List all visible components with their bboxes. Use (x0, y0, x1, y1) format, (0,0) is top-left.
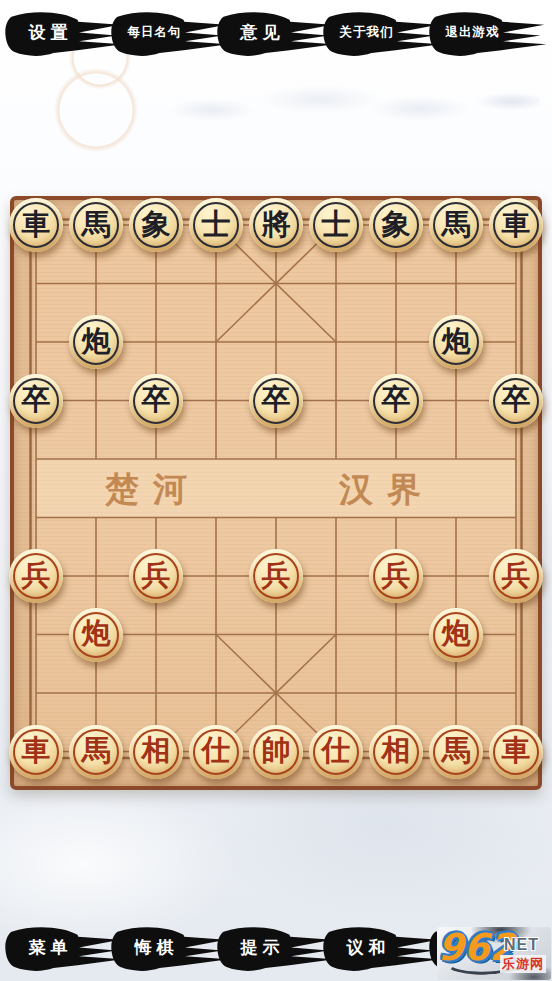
piece-red-兵[interactable]: 兵 (489, 549, 543, 603)
piece-red-兵[interactable]: 兵 (369, 549, 423, 603)
piece-character: 卒 (22, 385, 51, 414)
about-us-button[interactable]: 关于我们 (322, 9, 442, 56)
hint-label: 提示 (223, 927, 297, 967)
piece-character: 馬 (82, 736, 111, 765)
feedback-button[interactable]: 意见 (216, 9, 336, 56)
piece-character: 車 (22, 736, 51, 765)
piece-character: 卒 (502, 385, 531, 414)
daily-quote-button[interactable]: 每日名句 (110, 9, 230, 56)
piece-character: 象 (142, 210, 171, 239)
piece-character: 帥 (262, 736, 291, 765)
hint-button[interactable]: 提示 (216, 924, 336, 971)
app-screen: 设置 每日名句 意见 关于我们 退出游戏 (0, 0, 552, 981)
piece-character: 馬 (82, 210, 111, 239)
piece-red-炮[interactable]: 炮 (69, 608, 123, 662)
piece-black-士[interactable]: 士 (189, 198, 243, 252)
piece-character: 兵 (262, 561, 291, 590)
undo-move-label: 悔棋 (117, 927, 191, 967)
piece-black-炮[interactable]: 炮 (69, 315, 123, 369)
piece-character: 車 (22, 210, 51, 239)
piece-character: 兵 (502, 561, 531, 590)
piece-black-車[interactable]: 車 (9, 198, 63, 252)
menu-button[interactable]: 菜单 (4, 924, 124, 971)
top-nav: 设置 每日名句 意见 关于我们 退出游戏 (0, 9, 552, 59)
piece-character: 士 (202, 210, 231, 239)
piece-character: 仕 (322, 736, 351, 765)
piece-character: 相 (382, 736, 411, 765)
piece-character: 馬 (442, 210, 471, 239)
piece-black-卒[interactable]: 卒 (369, 374, 423, 428)
piece-red-相[interactable]: 相 (129, 725, 183, 779)
piece-black-車[interactable]: 車 (489, 198, 543, 252)
piece-black-卒[interactable]: 卒 (489, 374, 543, 428)
piece-character: 兵 (142, 561, 171, 590)
piece-black-炮[interactable]: 炮 (429, 315, 483, 369)
piece-black-卒[interactable]: 卒 (249, 374, 303, 428)
offer-draw-button[interactable]: 议和 (322, 924, 442, 971)
piece-red-仕[interactable]: 仕 (189, 725, 243, 779)
board-pieces: 車馬象士將士象馬車炮炮卒卒卒卒卒兵兵兵兵兵炮炮車馬相仕帥仕相馬車 (14, 200, 538, 786)
piece-red-車[interactable]: 車 (489, 725, 543, 779)
piece-character: 兵 (382, 561, 411, 590)
offer-draw-label: 议和 (329, 927, 403, 967)
piece-character: 將 (262, 210, 291, 239)
piece-black-象[interactable]: 象 (369, 198, 423, 252)
undo-move-button[interactable]: 悔棋 (110, 924, 230, 971)
exit-game-button[interactable]: 退出游戏 (428, 9, 548, 56)
piece-red-兵[interactable]: 兵 (129, 549, 183, 603)
piece-black-卒[interactable]: 卒 (9, 374, 63, 428)
piece-red-帥[interactable]: 帥 (249, 725, 303, 779)
feedback-label: 意见 (223, 12, 297, 52)
piece-character: 馬 (442, 736, 471, 765)
piece-character: 卒 (142, 385, 171, 414)
962net-watermark[interactable]: 962 NET 乐游网 (437, 927, 551, 980)
piece-character: 兵 (22, 561, 51, 590)
piece-red-相[interactable]: 相 (369, 725, 423, 779)
watermark-net: NET (504, 936, 539, 954)
decorative-mountain-wash (140, 68, 540, 138)
settings-button[interactable]: 设置 (4, 9, 124, 56)
xiangqi-board[interactable]: 楚河 汉界 車馬象士將士象馬車炮炮卒卒卒卒卒兵兵兵兵兵炮炮車馬相仕帥仕相馬車 (10, 196, 542, 790)
piece-black-馬[interactable]: 馬 (429, 198, 483, 252)
piece-black-象[interactable]: 象 (129, 198, 183, 252)
piece-character: 炮 (442, 327, 471, 356)
watermark-site-name: 乐游网 (500, 955, 546, 973)
piece-black-馬[interactable]: 馬 (69, 198, 123, 252)
piece-red-兵[interactable]: 兵 (9, 549, 63, 603)
piece-red-仕[interactable]: 仕 (309, 725, 363, 779)
piece-black-卒[interactable]: 卒 (129, 374, 183, 428)
piece-red-馬[interactable]: 馬 (69, 725, 123, 779)
about-us-label: 关于我们 (329, 12, 403, 52)
menu-label: 菜单 (11, 927, 85, 967)
piece-character: 士 (322, 210, 351, 239)
piece-character: 炮 (82, 619, 111, 648)
settings-label: 设置 (11, 12, 85, 52)
piece-red-兵[interactable]: 兵 (249, 549, 303, 603)
piece-red-炮[interactable]: 炮 (429, 608, 483, 662)
piece-character: 炮 (442, 619, 471, 648)
piece-black-士[interactable]: 士 (309, 198, 363, 252)
piece-red-馬[interactable]: 馬 (429, 725, 483, 779)
piece-black-將[interactable]: 將 (249, 198, 303, 252)
piece-red-車[interactable]: 車 (9, 725, 63, 779)
piece-character: 相 (142, 736, 171, 765)
daily-quote-label: 每日名句 (117, 12, 191, 52)
piece-character: 卒 (382, 385, 411, 414)
piece-character: 車 (502, 736, 531, 765)
piece-character: 卒 (262, 385, 291, 414)
piece-character: 仕 (202, 736, 231, 765)
exit-game-label: 退出游戏 (435, 12, 509, 52)
piece-character: 車 (502, 210, 531, 239)
piece-character: 象 (382, 210, 411, 239)
piece-character: 炮 (82, 327, 111, 356)
